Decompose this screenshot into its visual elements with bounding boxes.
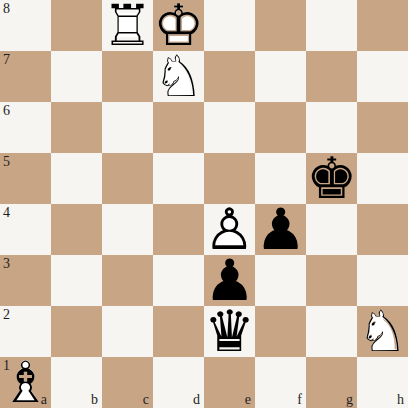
file-label-d: d [193, 393, 200, 407]
square-b4[interactable] [51, 204, 102, 255]
square-d5[interactable] [153, 153, 204, 204]
square-b5[interactable] [51, 153, 102, 204]
square-c7[interactable] [102, 51, 153, 102]
square-b1[interactable]: b [51, 357, 102, 408]
square-e6[interactable] [204, 102, 255, 153]
square-h4[interactable] [357, 204, 408, 255]
square-b3[interactable] [51, 255, 102, 306]
square-a4[interactable]: 4 [0, 204, 51, 255]
square-f8[interactable] [255, 0, 306, 51]
rank-label-4: 4 [3, 206, 10, 220]
square-f6[interactable] [255, 102, 306, 153]
square-g4[interactable] [306, 204, 357, 255]
square-c8[interactable]: ♜♖ [102, 0, 153, 51]
file-label-f: f [297, 393, 302, 407]
square-h7[interactable] [357, 51, 408, 102]
square-c4[interactable] [102, 204, 153, 255]
square-c3[interactable] [102, 255, 153, 306]
piece-white-rook-c8[interactable]: ♜♖ [102, 0, 153, 51]
rank-label-8: 8 [3, 2, 10, 16]
black-piece-glyph: ♟ [255, 204, 306, 255]
chess-board: 8♜♖♚♔7♞♘65♚4♟♙♟3♟2♛♞♘1a♝♗bcdefgh [0, 0, 408, 408]
piece-white-bishop-a1[interactable]: ♝♗ [0, 357, 51, 408]
square-f3[interactable] [255, 255, 306, 306]
square-e8[interactable] [204, 0, 255, 51]
file-label-b: b [91, 393, 98, 407]
square-e7[interactable] [204, 51, 255, 102]
square-a5[interactable]: 5 [0, 153, 51, 204]
square-d3[interactable] [153, 255, 204, 306]
piece-white-knight-d7[interactable]: ♞♘ [153, 51, 204, 102]
white-piece-outline-glyph: ♖ [102, 0, 153, 51]
square-h8[interactable] [357, 0, 408, 51]
piece-black-pawn-f4[interactable]: ♟ [255, 204, 306, 255]
square-d1[interactable]: d [153, 357, 204, 408]
square-h2[interactable]: ♞♘ [357, 306, 408, 357]
square-c6[interactable] [102, 102, 153, 153]
square-c2[interactable] [102, 306, 153, 357]
white-piece-outline-glyph: ♘ [153, 51, 204, 102]
square-a6[interactable]: 6 [0, 102, 51, 153]
square-a3[interactable]: 3 [0, 255, 51, 306]
rank-label-6: 6 [3, 104, 10, 118]
square-d2[interactable] [153, 306, 204, 357]
file-label-g: g [346, 393, 353, 407]
square-b2[interactable] [51, 306, 102, 357]
square-e2[interactable]: ♛ [204, 306, 255, 357]
square-e1[interactable]: e [204, 357, 255, 408]
rank-label-7: 7 [3, 53, 10, 67]
piece-black-queen-e2[interactable]: ♛ [204, 306, 255, 357]
square-g5[interactable]: ♚ [306, 153, 357, 204]
square-f1[interactable]: f [255, 357, 306, 408]
white-piece-outline-glyph: ♗ [0, 357, 51, 408]
piece-white-knight-h2[interactable]: ♞♘ [357, 306, 408, 357]
file-label-c: c [143, 393, 149, 407]
square-b8[interactable] [51, 0, 102, 51]
rank-label-2: 2 [3, 308, 10, 322]
square-g3[interactable] [306, 255, 357, 306]
square-a8[interactable]: 8 [0, 0, 51, 51]
square-d6[interactable] [153, 102, 204, 153]
square-c5[interactable] [102, 153, 153, 204]
rank-label-5: 5 [3, 155, 10, 169]
square-g7[interactable] [306, 51, 357, 102]
rank-label-3: 3 [3, 257, 10, 271]
file-label-e: e [245, 393, 251, 407]
piece-black-king-g5[interactable]: ♚ [306, 153, 357, 204]
square-h6[interactable] [357, 102, 408, 153]
square-h1[interactable]: h [357, 357, 408, 408]
square-d4[interactable] [153, 204, 204, 255]
file-label-h: h [397, 393, 404, 407]
square-a1[interactable]: 1a♝♗ [0, 357, 51, 408]
white-piece-outline-glyph: ♘ [357, 306, 408, 357]
square-d7[interactable]: ♞♘ [153, 51, 204, 102]
square-b7[interactable] [51, 51, 102, 102]
black-piece-glyph: ♚ [306, 153, 357, 204]
square-f4[interactable]: ♟ [255, 204, 306, 255]
square-g2[interactable] [306, 306, 357, 357]
square-c1[interactable]: c [102, 357, 153, 408]
square-f7[interactable] [255, 51, 306, 102]
square-h5[interactable] [357, 153, 408, 204]
square-f2[interactable] [255, 306, 306, 357]
square-g8[interactable] [306, 0, 357, 51]
square-a7[interactable]: 7 [0, 51, 51, 102]
square-g1[interactable]: g [306, 357, 357, 408]
black-piece-glyph: ♛ [204, 306, 255, 357]
square-b6[interactable] [51, 102, 102, 153]
